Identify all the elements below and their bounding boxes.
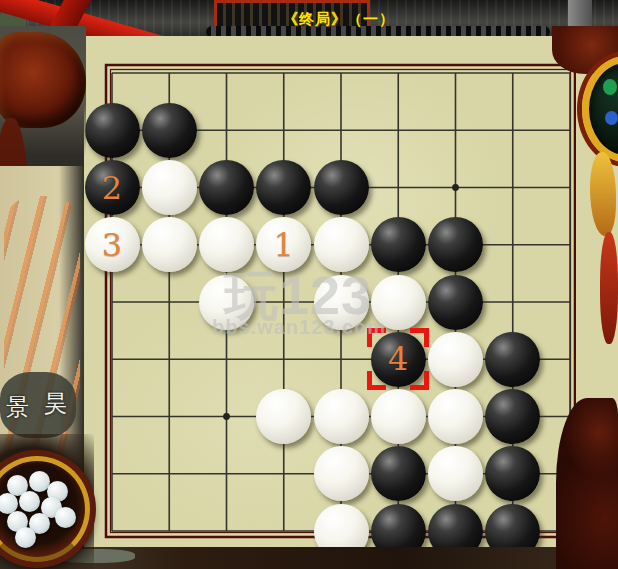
- stone-white[interactable]: [428, 332, 483, 387]
- stone-black[interactable]: [485, 389, 540, 444]
- stone-black[interactable]: 4: [371, 332, 426, 387]
- carved-wood-decoration: [0, 118, 30, 368]
- stone-black[interactable]: [485, 446, 540, 501]
- bowl-stone: [7, 475, 28, 496]
- stone-white[interactable]: [314, 389, 369, 444]
- gold-flame-decoration: [590, 152, 616, 236]
- move-number-label: 1: [274, 229, 294, 261]
- stone-black[interactable]: [142, 103, 197, 158]
- stone-white[interactable]: 3: [85, 217, 140, 272]
- stone-white[interactable]: [371, 389, 426, 444]
- move-number-label: 2: [102, 172, 122, 204]
- stone-black[interactable]: [256, 160, 311, 215]
- bowl-stone: [29, 471, 50, 492]
- bowl-stone: [19, 491, 40, 512]
- bowl-stone: [41, 497, 62, 518]
- bowl-stone: [15, 527, 36, 548]
- left-frame: 景 昊: [0, 26, 94, 569]
- player-name-char: 昊: [44, 388, 67, 419]
- stone-white[interactable]: [428, 389, 483, 444]
- player-name-char: 景: [6, 392, 29, 423]
- flame-decoration: [4, 196, 80, 486]
- right-board-margin: [576, 36, 618, 518]
- left-tan-background: [0, 166, 84, 496]
- stone-white[interactable]: [428, 446, 483, 501]
- red-flame-decoration: [600, 232, 618, 344]
- stone-black[interactable]: [314, 160, 369, 215]
- stone-black[interactable]: 2: [85, 160, 140, 215]
- gem-ornament-icon: [582, 56, 618, 162]
- stone-black[interactable]: [428, 217, 483, 272]
- bowl-stone: [29, 513, 50, 534]
- watermark-url: bbs.wan123.com: [212, 316, 386, 339]
- bowl-stone: [55, 507, 76, 528]
- puzzle-title: 《终局》（一）: [59, 10, 618, 29]
- go-client-window: 《终局》（一） 2314 玩123 bbs.wan123.com 景 昊: [0, 0, 618, 569]
- bowl-stone: [7, 511, 28, 532]
- stone-white[interactable]: [142, 217, 197, 272]
- stone-black[interactable]: [371, 446, 426, 501]
- bowl-stone: [47, 481, 68, 502]
- stone-white[interactable]: [256, 389, 311, 444]
- stone-black[interactable]: [428, 275, 483, 330]
- bowl-stone: [0, 493, 18, 514]
- stone-black[interactable]: [85, 103, 140, 158]
- moss-decoration: [55, 549, 135, 563]
- stone-black[interactable]: [199, 160, 254, 215]
- stone-black[interactable]: [371, 217, 426, 272]
- stone-black[interactable]: [485, 332, 540, 387]
- stone-white[interactable]: [314, 446, 369, 501]
- stone-white[interactable]: [142, 160, 197, 215]
- move-number-label: 3: [102, 229, 122, 261]
- name-background-patch: [0, 372, 76, 438]
- go-board[interactable]: 2314 玩123 bbs.wan123.com: [84, 36, 580, 547]
